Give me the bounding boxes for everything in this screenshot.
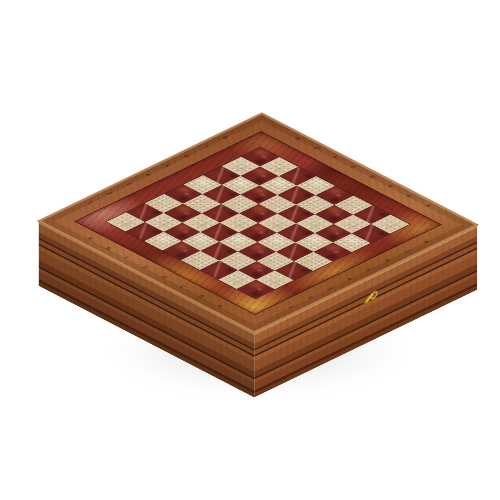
coord-label-H: H [85, 237, 93, 241]
coord-label-C: C [386, 185, 394, 189]
coord-label-C: C [178, 285, 186, 289]
coord-label-B: B [197, 295, 205, 299]
coord-label-2: 2 [105, 192, 113, 196]
coord-label-5: 5 [364, 268, 372, 272]
coord-label-2: 2 [307, 296, 315, 300]
coord-label-7: 7 [201, 145, 209, 149]
coord-label-B: B [405, 194, 413, 198]
coord-label-G: G [104, 246, 112, 250]
coord-label-H: H [293, 136, 301, 140]
coord-label-F: F [123, 256, 130, 260]
coord-label-E: E [141, 266, 149, 270]
coord-label-F: F [331, 156, 338, 160]
coord-label-3: 3 [125, 182, 133, 186]
coord-label-6: 6 [182, 154, 190, 158]
coord-label-5: 5 [163, 164, 171, 168]
coord-label-G: G [312, 146, 320, 150]
brass-latch [362, 286, 381, 311]
coord-label-3: 3 [326, 287, 334, 291]
coord-label-4: 4 [144, 173, 152, 177]
coord-label-D: D [160, 275, 168, 279]
coord-label-A: A [423, 204, 431, 208]
coord-label-7: 7 [403, 249, 411, 253]
coord-label-1: 1 [287, 305, 295, 309]
coord-label-6: 6 [384, 259, 392, 263]
coord-label-1: 1 [86, 201, 94, 205]
brass-latch-icon [362, 286, 381, 311]
coord-label-4: 4 [345, 277, 353, 281]
chessboard [107, 147, 410, 298]
coord-label-8: 8 [221, 136, 229, 140]
coord-label-8: 8 [422, 240, 430, 244]
coord-label-A: A [216, 304, 224, 308]
coord-label-E: E [349, 165, 357, 169]
coord-label-D: D [368, 175, 376, 179]
product-photo-stage: HH18GG27FF36EE45DD54CC63BB72AA81 [0, 0, 500, 500]
